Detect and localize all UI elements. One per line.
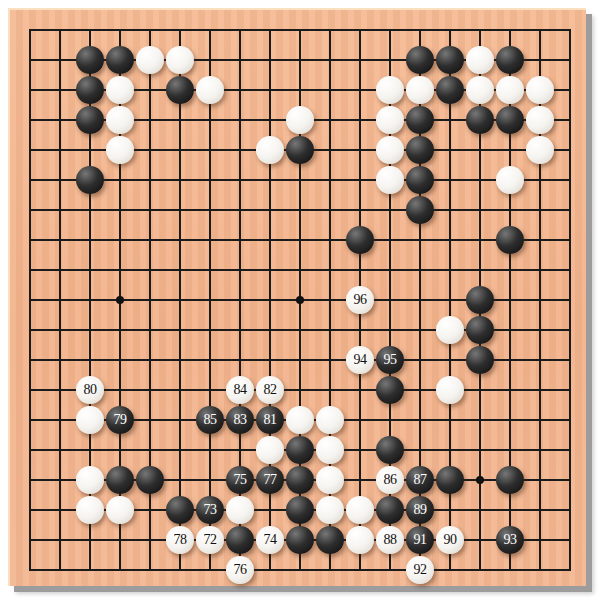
stone-black bbox=[166, 76, 194, 104]
stone-white bbox=[196, 76, 224, 104]
stone-white bbox=[316, 436, 344, 464]
stone-black bbox=[286, 526, 314, 554]
stone-black bbox=[376, 376, 404, 404]
stone-white bbox=[256, 436, 284, 464]
stone-white bbox=[496, 166, 524, 194]
stone-black-81: 81 bbox=[256, 406, 284, 434]
star-point bbox=[296, 296, 304, 304]
stone-black bbox=[106, 466, 134, 494]
stone-white bbox=[436, 316, 464, 344]
stone-black bbox=[76, 76, 104, 104]
stone-black bbox=[436, 46, 464, 74]
stone-white bbox=[106, 106, 134, 134]
stone-white bbox=[226, 496, 254, 524]
stone-white bbox=[316, 496, 344, 524]
grid-line-vertical bbox=[569, 29, 571, 571]
stone-black-91: 91 bbox=[406, 526, 434, 554]
stone-black-93: 93 bbox=[496, 526, 524, 554]
stone-black bbox=[76, 46, 104, 74]
stone-black bbox=[406, 196, 434, 224]
stone-white bbox=[106, 76, 134, 104]
stone-white bbox=[76, 406, 104, 434]
stone-black bbox=[106, 46, 134, 74]
stone-black bbox=[406, 46, 434, 74]
stone-white bbox=[406, 76, 434, 104]
stone-black bbox=[496, 46, 524, 74]
stone-black-85: 85 bbox=[196, 406, 224, 434]
stone-white bbox=[376, 76, 404, 104]
stone-white bbox=[436, 376, 464, 404]
stone-black bbox=[286, 136, 314, 164]
stone-black bbox=[466, 346, 494, 374]
stone-white-86: 86 bbox=[376, 466, 404, 494]
stone-white bbox=[286, 406, 314, 434]
stone-black bbox=[466, 286, 494, 314]
stone-black bbox=[226, 526, 254, 554]
stone-black-73: 73 bbox=[196, 496, 224, 524]
stone-black bbox=[316, 526, 344, 554]
stone-black bbox=[466, 316, 494, 344]
stone-black bbox=[76, 106, 104, 134]
stone-black bbox=[376, 496, 404, 524]
stone-white bbox=[256, 136, 284, 164]
grid-line-horizontal bbox=[29, 389, 571, 391]
stone-white bbox=[376, 166, 404, 194]
stone-black bbox=[286, 466, 314, 494]
stone-black bbox=[136, 466, 164, 494]
stone-white-74: 74 bbox=[256, 526, 284, 554]
stone-black bbox=[436, 76, 464, 104]
stone-black bbox=[406, 166, 434, 194]
stone-black bbox=[406, 136, 434, 164]
stone-black-75: 75 bbox=[226, 466, 254, 494]
stone-white bbox=[106, 496, 134, 524]
stone-black bbox=[496, 466, 524, 494]
stone-white bbox=[466, 46, 494, 74]
stone-white-94: 94 bbox=[346, 346, 374, 374]
stone-black bbox=[496, 106, 524, 134]
stone-white bbox=[526, 106, 554, 134]
stone-white bbox=[526, 76, 554, 104]
stone-white-78: 78 bbox=[166, 526, 194, 554]
stone-black-77: 77 bbox=[256, 466, 284, 494]
stone-black bbox=[286, 496, 314, 524]
stone-black bbox=[406, 106, 434, 134]
stone-white-90: 90 bbox=[436, 526, 464, 554]
stone-black-89: 89 bbox=[406, 496, 434, 524]
stone-white bbox=[496, 76, 524, 104]
stone-black-79: 79 bbox=[106, 406, 134, 434]
star-point bbox=[476, 476, 484, 484]
stone-white-96: 96 bbox=[346, 286, 374, 314]
stone-black bbox=[286, 436, 314, 464]
stone-white-72: 72 bbox=[196, 526, 224, 554]
stone-black bbox=[466, 106, 494, 134]
stone-white bbox=[316, 406, 344, 434]
stone-black bbox=[376, 436, 404, 464]
stone-white bbox=[346, 526, 374, 554]
stone-white bbox=[76, 466, 104, 494]
stone-black bbox=[76, 166, 104, 194]
stone-white bbox=[76, 496, 104, 524]
stone-white bbox=[526, 136, 554, 164]
stone-white bbox=[316, 466, 344, 494]
stone-black bbox=[496, 226, 524, 254]
stone-white-92: 92 bbox=[406, 556, 434, 584]
stone-black-87: 87 bbox=[406, 466, 434, 494]
stone-black-95: 95 bbox=[376, 346, 404, 374]
grid-line-horizontal bbox=[29, 569, 571, 571]
stone-white-80: 80 bbox=[76, 376, 104, 404]
stone-black bbox=[346, 226, 374, 254]
stone-white-82: 82 bbox=[256, 376, 284, 404]
stone-white bbox=[376, 106, 404, 134]
stone-white-88: 88 bbox=[376, 526, 404, 554]
stone-black-83: 83 bbox=[226, 406, 254, 434]
stone-black bbox=[436, 466, 464, 494]
stone-white-76: 76 bbox=[226, 556, 254, 584]
stone-white bbox=[286, 106, 314, 134]
go-board[interactable]: 9694958084827985838175778687738978727488… bbox=[8, 8, 586, 586]
stone-black bbox=[166, 496, 194, 524]
stone-white bbox=[376, 136, 404, 164]
stone-white bbox=[136, 46, 164, 74]
stone-white bbox=[466, 76, 494, 104]
stone-white bbox=[346, 496, 374, 524]
stone-white bbox=[166, 46, 194, 74]
stone-white bbox=[106, 136, 134, 164]
star-point bbox=[116, 296, 124, 304]
stone-white-84: 84 bbox=[226, 376, 254, 404]
